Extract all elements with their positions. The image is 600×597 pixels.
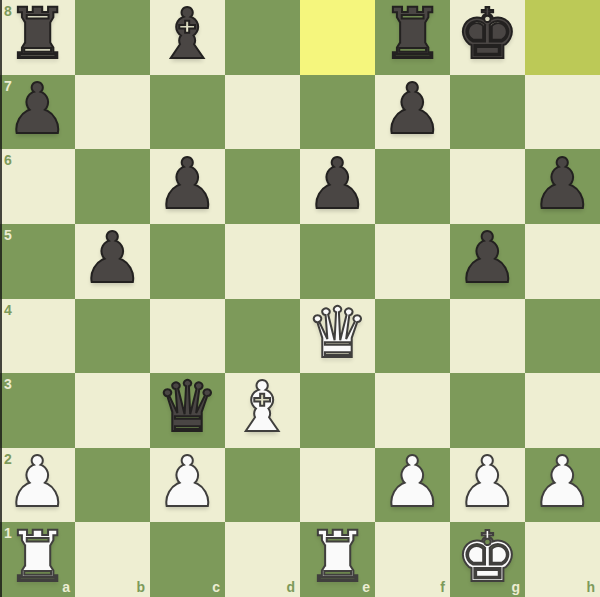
square-g4[interactable] xyxy=(450,299,525,374)
square-b2[interactable] xyxy=(75,448,150,523)
piece-white-king[interactable]: ♚︎ xyxy=(456,522,519,592)
file-label-f: f xyxy=(440,580,445,594)
square-f7[interactable]: ♟︎ xyxy=(375,75,450,150)
square-e3[interactable] xyxy=(300,373,375,448)
piece-white-pawn[interactable]: ♟︎ xyxy=(456,447,519,517)
piece-black-rook[interactable]: ♜︎ xyxy=(381,0,444,69)
square-h5[interactable] xyxy=(525,224,600,299)
piece-white-bishop[interactable]: ♝︎ xyxy=(231,372,294,442)
rank-label-6: 6 xyxy=(4,153,12,167)
file-label-c: c xyxy=(212,580,220,594)
square-f2[interactable]: ♟︎ xyxy=(375,448,450,523)
piece-black-rook[interactable]: ♜︎ xyxy=(6,0,69,69)
square-f8[interactable]: ♜︎ xyxy=(375,0,450,75)
square-c8[interactable]: ♝︎ xyxy=(150,0,225,75)
square-d4[interactable] xyxy=(225,299,300,374)
square-g5[interactable]: ♟︎ xyxy=(450,224,525,299)
square-b4[interactable] xyxy=(75,299,150,374)
square-a2[interactable]: 2♟︎ xyxy=(0,448,75,523)
piece-white-pawn[interactable]: ♟︎ xyxy=(156,447,219,517)
square-d1[interactable]: d xyxy=(225,522,300,597)
square-c2[interactable]: ♟︎ xyxy=(150,448,225,523)
square-d2[interactable] xyxy=(225,448,300,523)
square-e6[interactable]: ♟︎ xyxy=(300,149,375,224)
piece-black-pawn[interactable]: ♟︎ xyxy=(531,149,594,219)
square-e7[interactable] xyxy=(300,75,375,150)
square-e5[interactable] xyxy=(300,224,375,299)
piece-white-pawn[interactable]: ♟︎ xyxy=(381,447,444,517)
piece-white-rook[interactable]: ♜︎ xyxy=(306,522,369,592)
piece-white-pawn[interactable]: ♟︎ xyxy=(6,447,69,517)
piece-black-bishop[interactable]: ♝︎ xyxy=(156,0,219,69)
piece-black-king[interactable]: ♚︎ xyxy=(456,0,519,69)
square-f1[interactable]: f xyxy=(375,522,450,597)
square-g6[interactable] xyxy=(450,149,525,224)
square-d3[interactable]: ♝︎ xyxy=(225,373,300,448)
piece-white-rook[interactable]: ♜︎ xyxy=(6,522,69,592)
square-h8[interactable] xyxy=(525,0,600,75)
square-b8[interactable] xyxy=(75,0,150,75)
square-d8[interactable] xyxy=(225,0,300,75)
square-c3[interactable]: ♛︎ xyxy=(150,373,225,448)
square-h2[interactable]: ♟︎ xyxy=(525,448,600,523)
square-h6[interactable]: ♟︎ xyxy=(525,149,600,224)
square-e2[interactable] xyxy=(300,448,375,523)
piece-black-pawn[interactable]: ♟︎ xyxy=(306,149,369,219)
rank-label-5: 5 xyxy=(4,228,12,242)
square-e1[interactable]: e♜︎ xyxy=(300,522,375,597)
square-f6[interactable] xyxy=(375,149,450,224)
square-a7[interactable]: 7♟︎ xyxy=(0,75,75,150)
square-h4[interactable] xyxy=(525,299,600,374)
square-c6[interactable]: ♟︎ xyxy=(150,149,225,224)
square-a5[interactable]: 5 xyxy=(0,224,75,299)
square-b5[interactable]: ♟︎ xyxy=(75,224,150,299)
chess-board-grid: 8♜︎♝︎♜︎♚︎7♟︎♟︎6♟︎♟︎♟︎5♟︎♟︎4♛︎3♛︎♝︎2♟︎♟︎♟… xyxy=(0,0,600,597)
piece-black-pawn[interactable]: ♟︎ xyxy=(6,74,69,144)
square-e8[interactable] xyxy=(300,0,375,75)
file-label-h: h xyxy=(586,580,595,594)
square-h3[interactable] xyxy=(525,373,600,448)
square-g1[interactable]: g♚︎ xyxy=(450,522,525,597)
square-a3[interactable]: 3 xyxy=(0,373,75,448)
square-a1[interactable]: 1a♜︎ xyxy=(0,522,75,597)
square-c5[interactable] xyxy=(150,224,225,299)
piece-white-pawn[interactable]: ♟︎ xyxy=(531,447,594,517)
square-f3[interactable] xyxy=(375,373,450,448)
square-f5[interactable] xyxy=(375,224,450,299)
square-a6[interactable]: 6 xyxy=(0,149,75,224)
square-c7[interactable] xyxy=(150,75,225,150)
square-d5[interactable] xyxy=(225,224,300,299)
square-g7[interactable] xyxy=(450,75,525,150)
square-b6[interactable] xyxy=(75,149,150,224)
chess-board: 8♜︎♝︎♜︎♚︎7♟︎♟︎6♟︎♟︎♟︎5♟︎♟︎4♛︎3♛︎♝︎2♟︎♟︎♟… xyxy=(0,0,600,597)
square-g8[interactable]: ♚︎ xyxy=(450,0,525,75)
piece-black-pawn[interactable]: ♟︎ xyxy=(381,74,444,144)
rank-label-3: 3 xyxy=(4,377,12,391)
piece-white-queen[interactable]: ♛︎ xyxy=(306,298,369,368)
piece-black-pawn[interactable]: ♟︎ xyxy=(456,223,519,293)
square-a8[interactable]: 8♜︎ xyxy=(0,0,75,75)
square-g3[interactable] xyxy=(450,373,525,448)
square-f4[interactable] xyxy=(375,299,450,374)
piece-black-pawn[interactable]: ♟︎ xyxy=(156,149,219,219)
square-b3[interactable] xyxy=(75,373,150,448)
square-g2[interactable]: ♟︎ xyxy=(450,448,525,523)
square-a4[interactable]: 4 xyxy=(0,299,75,374)
square-c1[interactable]: c xyxy=(150,522,225,597)
square-h7[interactable] xyxy=(525,75,600,150)
square-e4[interactable]: ♛︎ xyxy=(300,299,375,374)
square-d7[interactable] xyxy=(225,75,300,150)
square-d6[interactable] xyxy=(225,149,300,224)
square-c4[interactable] xyxy=(150,299,225,374)
piece-black-pawn[interactable]: ♟︎ xyxy=(81,223,144,293)
piece-black-queen[interactable]: ♛︎ xyxy=(156,372,219,442)
rank-label-4: 4 xyxy=(4,303,12,317)
file-label-b: b xyxy=(136,580,145,594)
square-b7[interactable] xyxy=(75,75,150,150)
file-label-d: d xyxy=(286,580,295,594)
square-b1[interactable]: b xyxy=(75,522,150,597)
square-h1[interactable]: h xyxy=(525,522,600,597)
